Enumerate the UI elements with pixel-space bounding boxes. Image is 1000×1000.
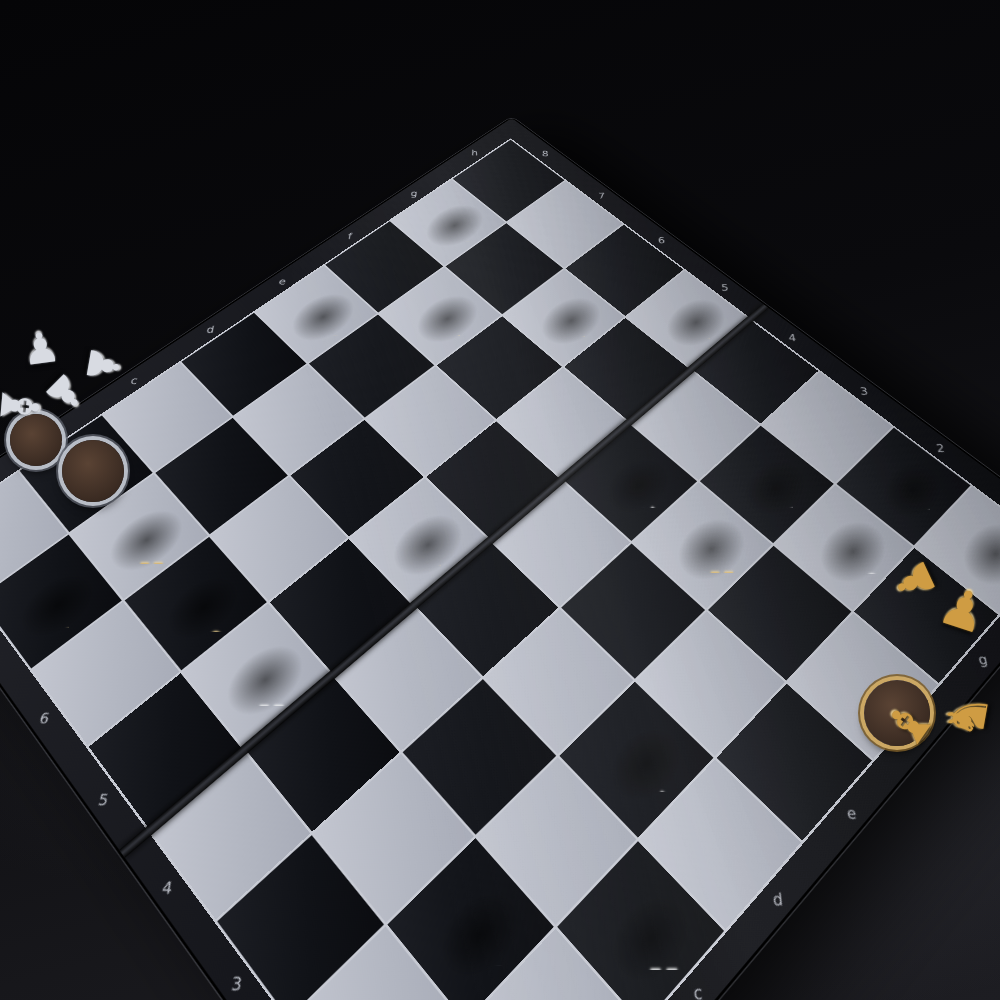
knight-glyph: ♞ xyxy=(938,689,997,744)
piece-shadow xyxy=(865,448,961,534)
captured-silver-pawn[interactable]: ♟ xyxy=(19,326,62,373)
table-scene: 12345678 12345678 abcdefgh abcdefgh ♛♚♟♜… xyxy=(0,0,1000,1000)
piece-shadow xyxy=(278,283,368,354)
captured-silver-pawn[interactable]: ♟ xyxy=(79,343,127,387)
chess-board: 12345678 12345678 abcdefgh abcdefgh ♛♚♟♜… xyxy=(0,118,1000,1000)
captured-silver-pieces: ♟♟♟♝ xyxy=(0,318,160,508)
captured-gold-knight[interactable]: ♞ xyxy=(938,689,997,744)
board-frame: 12345678 12345678 abcdefgh abcdefgh ♛♚♟♜… xyxy=(0,118,1000,1000)
captured-gold-pieces: ♟♟♞♝ xyxy=(852,540,1000,810)
captured-gold-pawn[interactable]: ♟ xyxy=(885,553,944,610)
piece-shadow xyxy=(727,446,824,532)
bishop-glyph: ♝ xyxy=(0,381,47,432)
felt-base xyxy=(62,440,124,502)
captured-silver-bishop[interactable]: ♝ xyxy=(0,381,47,432)
pawn-glyph: ♟ xyxy=(885,553,944,610)
piece-shadow xyxy=(150,560,257,658)
pawn-glyph: ♟ xyxy=(19,326,62,373)
pawn-glyph: ♟ xyxy=(79,343,127,387)
